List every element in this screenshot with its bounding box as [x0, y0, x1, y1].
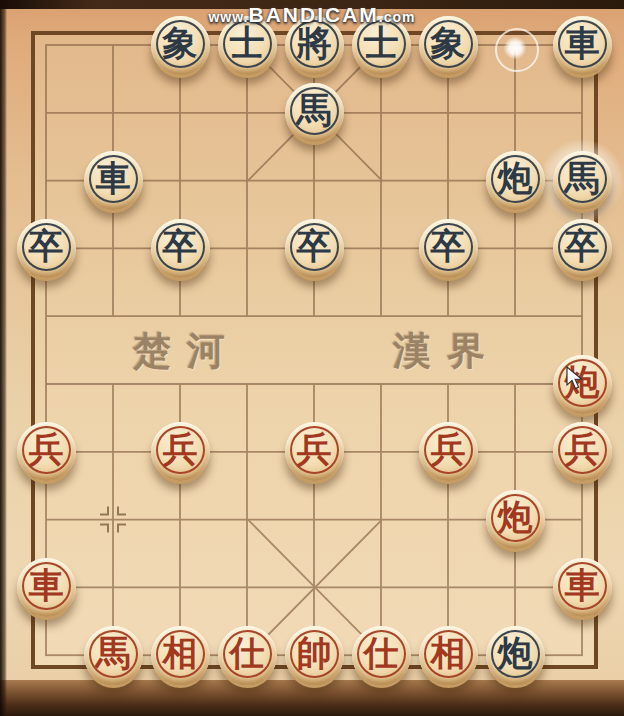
piece-red-馬[interactable]: 馬 — [84, 626, 143, 685]
move-origin-glow — [492, 25, 538, 71]
river-label-left: 楚河 — [122, 326, 252, 377]
piece-glyph: 馬 — [84, 624, 143, 683]
mouse-cursor-icon — [566, 366, 584, 396]
piece-glyph: 兵 — [419, 420, 478, 479]
piece-glyph: 卒 — [419, 217, 478, 276]
piece-glyph: 炮 — [486, 624, 545, 683]
piece-glyph: 相 — [151, 624, 210, 683]
piece-red-兵[interactable]: 兵 — [17, 422, 76, 481]
piece-glyph: 仕 — [352, 624, 411, 683]
piece-black-卒[interactable]: 卒 — [17, 219, 76, 278]
piece-glyph: 帥 — [285, 624, 344, 683]
watermark-brand: BANDICAM — [249, 3, 379, 26]
piece-glyph: 兵 — [285, 420, 344, 479]
piece-glyph: 炮 — [486, 488, 545, 547]
piece-red-帥[interactable]: 帥 — [285, 626, 344, 685]
piece-red-仕[interactable]: 仕 — [352, 626, 411, 685]
piece-red-仕[interactable]: 仕 — [218, 626, 277, 685]
piece-black-卒[interactable]: 卒 — [553, 219, 612, 278]
piece-black-馬[interactable]: 馬 — [553, 151, 612, 210]
glow-core — [504, 37, 526, 59]
piece-glyph: 相 — [419, 624, 478, 683]
river-label-right: 漢界 — [382, 326, 512, 377]
piece-glyph: 卒 — [151, 217, 210, 276]
piece-glyph: 兵 — [17, 420, 76, 479]
piece-red-炮[interactable]: 炮 — [486, 490, 545, 549]
watermark-suffix: .com — [379, 9, 416, 25]
piece-glyph: 車 — [84, 149, 143, 208]
piece-red-兵[interactable]: 兵 — [553, 422, 612, 481]
piece-black-卒[interactable]: 卒 — [285, 219, 344, 278]
piece-black-車[interactable]: 車 — [84, 151, 143, 210]
piece-glyph: 馬 — [553, 149, 612, 208]
piece-glyph: 馬 — [285, 81, 344, 140]
piece-black-卒[interactable]: 卒 — [151, 219, 210, 278]
piece-glyph: 卒 — [553, 217, 612, 276]
piece-red-車[interactable]: 車 — [17, 558, 76, 617]
bandicam-watermark: www.BANDICAM.com — [0, 3, 624, 27]
xiangqi-app-window: { "game": "xiangqi", "position": { "fen"… — [0, 0, 624, 716]
piece-glyph: 卒 — [17, 217, 76, 276]
piece-glyph: 兵 — [151, 420, 210, 479]
piece-glyph: 車 — [553, 556, 612, 615]
piece-glyph: 炮 — [486, 149, 545, 208]
piece-black-卒[interactable]: 卒 — [419, 219, 478, 278]
piece-red-兵[interactable]: 兵 — [151, 422, 210, 481]
piece-black-馬[interactable]: 馬 — [285, 83, 344, 142]
piece-black-炮[interactable]: 炮 — [486, 626, 545, 685]
piece-glyph: 仕 — [218, 624, 277, 683]
piece-glyph: 車 — [17, 556, 76, 615]
watermark-prefix: www. — [208, 9, 248, 25]
piece-red-相[interactable]: 相 — [419, 626, 478, 685]
piece-glyph: 卒 — [285, 217, 344, 276]
piece-black-炮[interactable]: 炮 — [486, 151, 545, 210]
piece-glyph: 兵 — [553, 420, 612, 479]
piece-red-車[interactable]: 車 — [553, 558, 612, 617]
piece-red-相[interactable]: 相 — [151, 626, 210, 685]
piece-red-兵[interactable]: 兵 — [285, 422, 344, 481]
piece-red-兵[interactable]: 兵 — [419, 422, 478, 481]
left-edge-strip — [0, 0, 7, 716]
